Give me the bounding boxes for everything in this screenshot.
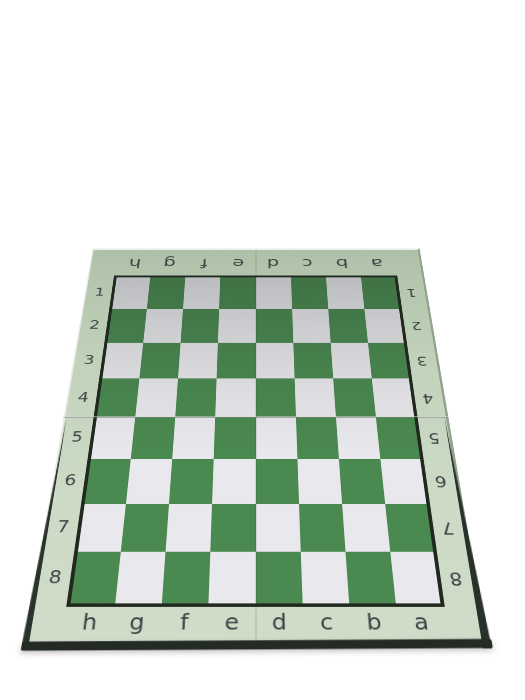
square-h2 xyxy=(106,309,147,343)
border-corner xyxy=(89,250,119,277)
rank-label-right-6: 6 xyxy=(422,459,461,504)
file-label-top-e-text: e xyxy=(232,257,244,270)
square-b1 xyxy=(326,277,364,309)
square-d1 xyxy=(256,277,292,309)
square-f3 xyxy=(178,342,218,378)
file-label-top-d: d xyxy=(256,250,291,277)
square-b5 xyxy=(336,417,381,459)
file-label-top-g: g xyxy=(150,250,187,277)
square-a3 xyxy=(368,342,411,378)
rank-label-right-6-text: 6 xyxy=(434,473,448,488)
board-photo: hgfedcba1122334455667788hgfedcba xyxy=(25,28,487,643)
square-a8 xyxy=(390,552,442,604)
square-c8 xyxy=(300,552,349,604)
file-label-top-h-text: h xyxy=(128,257,142,270)
square-b7 xyxy=(342,504,390,552)
file-label-bottom-a: a xyxy=(396,604,448,641)
square-e2 xyxy=(218,309,255,343)
square-b3 xyxy=(330,342,371,378)
square-e8 xyxy=(209,552,256,604)
square-b8 xyxy=(345,552,395,604)
rank-label-right-1: 1 xyxy=(396,277,428,309)
rank-label-right-7-text: 7 xyxy=(441,519,456,535)
file-label-top-d-text: d xyxy=(267,257,280,270)
square-f8 xyxy=(162,552,211,604)
rank-label-right-5: 5 xyxy=(416,417,453,459)
file-label-bottom-g: g xyxy=(111,604,162,641)
square-e1 xyxy=(219,277,255,309)
rank-label-right-8-text: 8 xyxy=(448,569,463,586)
square-d2 xyxy=(256,309,293,343)
board-bottom-edge xyxy=(21,639,493,651)
square-d8 xyxy=(256,552,303,604)
file-label-top-f: f xyxy=(185,250,221,277)
square-a1 xyxy=(361,277,401,309)
rank-label-left-2-text: 2 xyxy=(89,320,101,331)
file-label-top-c-text: c xyxy=(302,257,313,270)
square-d7 xyxy=(256,504,301,552)
square-a2 xyxy=(364,309,405,343)
rank-label-left-6-text: 6 xyxy=(63,473,77,488)
square-f6 xyxy=(169,459,214,504)
square-d4 xyxy=(256,379,296,418)
file-label-bottom-h-text: h xyxy=(81,612,99,633)
file-label-top-c: c xyxy=(290,250,326,277)
rank-label-left-3-text: 3 xyxy=(83,354,95,366)
square-h5 xyxy=(89,417,135,459)
file-label-bottom-f: f xyxy=(159,604,208,641)
rank-label-right-2-text: 2 xyxy=(411,320,423,331)
square-d3 xyxy=(256,342,295,378)
file-label-top-a: a xyxy=(358,250,396,277)
square-g3 xyxy=(139,342,180,378)
square-c5 xyxy=(296,417,339,459)
square-f5 xyxy=(172,417,215,459)
file-label-bottom-c-text: c xyxy=(320,612,334,633)
square-a4 xyxy=(372,379,416,418)
square-f1 xyxy=(183,277,220,309)
rank-label-right-3-text: 3 xyxy=(416,354,428,366)
square-f7 xyxy=(166,504,213,552)
square-f2 xyxy=(181,309,220,343)
rank-label-left-1-text: 1 xyxy=(94,287,106,297)
file-label-top-b-text: b xyxy=(335,257,348,270)
chessboard: hgfedcba1122334455667788hgfedcba xyxy=(25,248,487,643)
square-g1 xyxy=(147,277,185,309)
file-label-bottom-a-text: a xyxy=(413,612,430,633)
rank-label-right-3: 3 xyxy=(405,342,439,378)
file-label-bottom-g-text: g xyxy=(129,612,146,633)
square-b6 xyxy=(339,459,385,504)
square-g2 xyxy=(143,309,183,343)
rank-label-right-1-text: 1 xyxy=(406,287,418,297)
square-e3 xyxy=(217,342,256,378)
rank-label-right-4: 4 xyxy=(410,379,445,418)
file-label-top-f-text: f xyxy=(200,257,208,270)
rank-label-left-4-text: 4 xyxy=(77,391,90,404)
square-e5 xyxy=(214,417,256,459)
square-e4 xyxy=(215,379,255,418)
square-g7 xyxy=(121,504,169,552)
rank-label-left-7-text: 7 xyxy=(56,519,71,535)
rank-label-right-2: 2 xyxy=(400,309,433,343)
file-label-top-e: e xyxy=(221,250,256,277)
square-a7 xyxy=(385,504,435,552)
file-label-bottom-d-text: d xyxy=(272,612,287,633)
border-corner xyxy=(392,250,422,277)
square-c1 xyxy=(291,277,328,309)
rank-label-left-8-text: 8 xyxy=(47,569,62,586)
file-label-bottom-h: h xyxy=(63,604,115,641)
square-a6 xyxy=(380,459,428,504)
square-h8 xyxy=(69,552,121,604)
square-c2 xyxy=(292,309,331,343)
file-label-top-b: b xyxy=(324,250,361,277)
square-c6 xyxy=(297,459,342,504)
rank-label-right-4-text: 4 xyxy=(421,391,434,404)
square-c7 xyxy=(299,504,346,552)
square-d5 xyxy=(256,417,298,459)
file-label-bottom-c: c xyxy=(302,604,351,641)
square-a5 xyxy=(376,417,422,459)
square-h3 xyxy=(101,342,144,378)
file-label-top-g-text: g xyxy=(162,257,175,270)
square-e6 xyxy=(212,459,255,504)
file-label-bottom-b: b xyxy=(349,604,400,641)
square-c3 xyxy=(293,342,333,378)
square-b4 xyxy=(333,379,376,418)
file-label-top-h: h xyxy=(115,250,153,277)
square-h4 xyxy=(95,379,139,418)
square-g4 xyxy=(135,379,178,418)
rank-label-right-5-text: 5 xyxy=(427,431,440,445)
file-label-top-a-text: a xyxy=(370,257,383,270)
rank-label-left-5-text: 5 xyxy=(70,431,83,445)
file-label-bottom-b-text: b xyxy=(366,612,383,633)
square-g6 xyxy=(126,459,172,504)
square-e7 xyxy=(211,504,256,552)
square-h7 xyxy=(76,504,126,552)
square-g5 xyxy=(131,417,176,459)
file-label-bottom-d: d xyxy=(256,604,304,641)
square-f4 xyxy=(175,379,216,418)
square-h1 xyxy=(111,277,151,309)
file-label-bottom-f-text: f xyxy=(180,612,189,633)
file-label-bottom-e-text: e xyxy=(224,612,239,633)
file-label-bottom-e: e xyxy=(207,604,255,641)
square-h6 xyxy=(83,459,131,504)
square-b2 xyxy=(328,309,368,343)
square-d6 xyxy=(256,459,299,504)
square-g8 xyxy=(115,552,165,604)
square-c4 xyxy=(294,379,335,418)
